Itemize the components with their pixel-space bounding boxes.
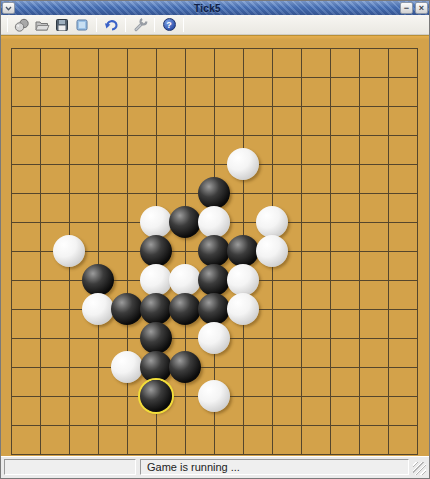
stone-black	[198, 177, 230, 209]
toolbar: ?	[1, 15, 429, 35]
stone-black	[198, 293, 230, 325]
board-panel	[1, 35, 429, 456]
status-bar: Game is running ...	[1, 456, 429, 478]
stone-black	[82, 264, 114, 296]
settings-button[interactable]	[130, 16, 150, 34]
stone-black	[140, 351, 172, 383]
stone-white	[198, 206, 230, 238]
chevron-down-icon	[5, 4, 12, 13]
stone-black	[169, 206, 201, 238]
open-folder-icon	[34, 17, 50, 33]
stone-white	[111, 351, 143, 383]
undo-button[interactable]	[101, 16, 121, 34]
toolbar-separator	[154, 18, 155, 32]
stone-white	[256, 235, 288, 267]
stone-black-last-move	[140, 380, 172, 412]
stone-black	[227, 235, 259, 267]
title-bar: Tick5 − ×	[1, 1, 429, 15]
new-game-icon	[14, 17, 30, 33]
help-icon: ?	[163, 18, 176, 31]
save-button[interactable]	[52, 16, 72, 34]
undo-arrow-icon	[103, 17, 119, 33]
stone-black	[198, 235, 230, 267]
stone-black	[140, 322, 172, 354]
stone-white	[227, 293, 259, 325]
stone-white	[198, 380, 230, 412]
toolbar-separator	[183, 18, 184, 32]
resize-grip[interactable]	[413, 462, 426, 475]
toolbar-separator	[96, 18, 97, 32]
open-button[interactable]	[32, 16, 52, 34]
stone-white	[140, 206, 172, 238]
stone-black	[140, 235, 172, 267]
stone-black	[198, 264, 230, 296]
window-menu-button[interactable]	[2, 2, 15, 14]
stone-white	[169, 264, 201, 296]
stone-white	[198, 322, 230, 354]
stone-black	[140, 293, 172, 325]
app-window: Tick5 − ×	[0, 0, 430, 479]
save-floppy-icon	[54, 17, 70, 33]
toolbar-handle	[7, 18, 8, 32]
stone-black	[169, 351, 201, 383]
new-game-button[interactable]	[12, 16, 32, 34]
stone-white	[227, 148, 259, 180]
help-button[interactable]: ?	[159, 16, 179, 34]
wrench-icon	[132, 17, 148, 33]
status-panel-left	[4, 459, 136, 475]
stone-white	[53, 235, 85, 267]
stone-white	[227, 264, 259, 296]
stone-white	[256, 206, 288, 238]
stone-black	[169, 293, 201, 325]
status-message: Game is running ...	[140, 459, 409, 475]
board-settings-button[interactable]	[72, 16, 92, 34]
stone-black	[111, 293, 143, 325]
stone-white	[82, 293, 114, 325]
close-button[interactable]: ×	[415, 2, 428, 14]
window-title: Tick5	[17, 3, 398, 14]
toolbar-separator	[125, 18, 126, 32]
minimize-button[interactable]: −	[400, 2, 413, 14]
stone-white	[140, 264, 172, 296]
board-icon	[74, 17, 90, 33]
